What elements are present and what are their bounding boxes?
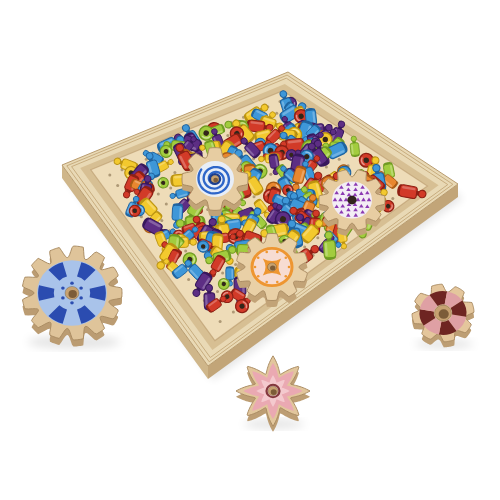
spiral-blue-gear (182, 148, 248, 216)
bead (197, 240, 209, 252)
toy-scene (0, 0, 500, 500)
purple-triangle-gear (319, 170, 385, 236)
pink-pinwheel-gear-right (412, 284, 474, 347)
pink-star-gear-bottom (236, 356, 310, 432)
blue-wheel-gear-left (23, 246, 122, 347)
product-photo (0, 0, 500, 500)
